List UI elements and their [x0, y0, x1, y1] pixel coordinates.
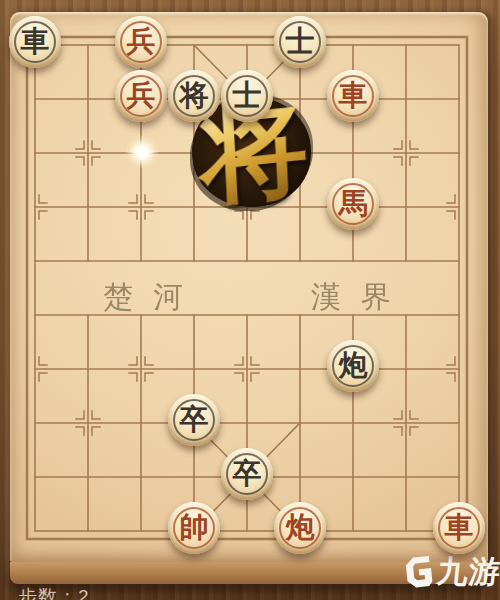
xiangqi-game-screen: 楚河 漢界 車兵士兵将士車馬炮卒卒帥炮車 将 步数：2 九游 — [0, 0, 500, 600]
piece-red-馬[interactable]: 馬 — [327, 178, 379, 230]
piece-character: 兵 — [127, 81, 156, 110]
piece-black-炮[interactable]: 炮 — [327, 340, 379, 392]
piece-character: 馬 — [339, 189, 368, 218]
jiuyou-logo-icon — [402, 553, 436, 592]
piece-black-士[interactable]: 士 — [274, 16, 326, 68]
piece-character: 車 — [21, 27, 50, 56]
piece-black-卒[interactable]: 卒 — [168, 394, 220, 446]
piece-character: 士 — [233, 81, 262, 110]
piece-black-車[interactable]: 車 — [9, 16, 61, 68]
piece-character: 車 — [445, 513, 474, 542]
piece-red-兵[interactable]: 兵 — [115, 70, 167, 122]
piece-black-士[interactable]: 士 — [221, 70, 273, 122]
piece-red-車[interactable]: 車 — [327, 70, 379, 122]
piece-character: 帥 — [180, 513, 209, 542]
piece-character: 士 — [286, 27, 315, 56]
step-counter: 步数：2 — [18, 584, 90, 600]
watermark: 九游 — [404, 551, 500, 593]
piece-black-卒[interactable]: 卒 — [221, 448, 273, 500]
watermark-label: 九游 — [435, 551, 500, 593]
river-label-han-jie: 漢界 — [286, 277, 416, 318]
piece-black-将[interactable]: 将 — [168, 70, 220, 122]
piece-red-帥[interactable]: 帥 — [168, 502, 220, 554]
piece-character: 卒 — [233, 459, 262, 488]
piece-character: 車 — [339, 81, 368, 110]
river-label-chu-he: 楚河 — [78, 277, 208, 318]
piece-character: 将 — [180, 81, 209, 110]
piece-character: 炮 — [339, 351, 368, 380]
piece-character: 卒 — [180, 405, 209, 434]
piece-red-兵[interactable]: 兵 — [115, 16, 167, 68]
piece-character: 兵 — [127, 27, 156, 56]
piece-red-炮[interactable]: 炮 — [274, 502, 326, 554]
piece-character: 炮 — [286, 513, 315, 542]
piece-red-車[interactable]: 車 — [433, 502, 485, 554]
